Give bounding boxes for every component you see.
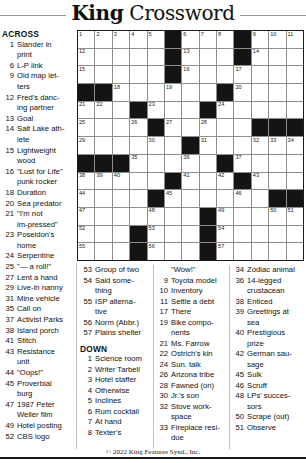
grid-cell[interactable]: 5 (148, 31, 164, 48)
cell-number: 5 (149, 31, 152, 38)
clue-text: Observe (247, 423, 304, 434)
clue: 24Sun. talk (156, 360, 227, 371)
grid-cell[interactable] (130, 173, 146, 190)
grid-cell[interactable] (217, 137, 233, 154)
grid-cell[interactable]: 9 (252, 31, 268, 48)
clue-number: 14 (2, 124, 17, 145)
grid-block-cell (234, 173, 250, 190)
grid-cell[interactable] (200, 155, 216, 172)
clue-number: 22 (156, 349, 171, 360)
column-divider (153, 265, 154, 449)
grid-cell[interactable]: 38 (78, 173, 94, 190)
clue-number: 6 (80, 407, 95, 418)
clue: 53Group of two (80, 265, 151, 276)
grid-cell[interactable] (287, 84, 303, 101)
clue: 56Norm (Abbr.) (80, 318, 151, 329)
grid-cell[interactable]: 54 (217, 226, 233, 243)
clue-number: 21 (156, 339, 171, 350)
clue-text: At hand (95, 417, 151, 428)
grid-cell[interactable]: 33 (269, 137, 285, 154)
grid-cell[interactable] (95, 119, 111, 136)
grid-cell[interactable]: 46 (234, 190, 250, 207)
grid-block-cell (252, 119, 268, 136)
clue-text: Lent a hand (17, 273, 74, 284)
grid-cell[interactable] (287, 155, 303, 172)
cell-number: 35 (131, 154, 137, 161)
grid-cell[interactable] (95, 243, 111, 260)
clue-text: Hotel posting (17, 421, 74, 432)
grid-block-cell (234, 31, 250, 48)
grid-cell[interactable] (182, 102, 198, 119)
grid-cell[interactable]: 8 (217, 31, 233, 48)
grid-cell[interactable] (182, 190, 198, 207)
cell-number: 44 (79, 190, 85, 197)
grid-cell[interactable]: 40 (113, 173, 129, 190)
cell-number: 43 (253, 172, 259, 179)
clue-number: 9 (2, 71, 17, 92)
grid-cell[interactable]: 10 (269, 31, 285, 48)
cell-number: 16 (183, 66, 189, 73)
cell-number: 6 (183, 31, 186, 38)
clue: 23Poseidon's home (2, 230, 74, 251)
grid-cell[interactable] (269, 173, 285, 190)
grid-block-cell (217, 155, 233, 172)
cell-number: 22 (96, 101, 102, 108)
clue: 12Fred's danc- ing partner (2, 93, 74, 114)
grid-cell[interactable] (113, 49, 129, 66)
clue-number: 53 (80, 265, 95, 276)
cell-number: 51 (288, 207, 294, 214)
clue-text: Slander in print (17, 40, 74, 61)
clue-number: 2 (80, 365, 95, 376)
grid-cell[interactable] (200, 173, 216, 190)
grid-cell[interactable] (95, 137, 111, 154)
grid-cell[interactable] (269, 84, 285, 101)
clue-number: 26 (156, 370, 171, 381)
cell-number: 48 (149, 207, 155, 214)
cell-number: 41 (183, 172, 189, 179)
grid-cell[interactable] (200, 49, 216, 66)
clue: 41Stitch (2, 336, 74, 347)
cell-number: 24 (218, 101, 224, 108)
cell-number: 2 (96, 31, 99, 38)
copyright-line: © 2022 King Features Synd., Inc. (0, 448, 306, 456)
clue-number: 55 (80, 297, 95, 318)
clue: 16"Lust for Life" punk rocker (2, 167, 74, 188)
clue-number: 51 (232, 423, 247, 434)
grid-cell[interactable]: 22 (95, 102, 111, 119)
clue: 9Toyota model (156, 276, 227, 287)
clue-number: 50 (232, 412, 247, 423)
grid-cell[interactable]: 44 (78, 190, 94, 207)
grid-cell[interactable]: 23 (148, 102, 164, 119)
cell-number: 33 (270, 137, 276, 144)
clue-number: 25 (2, 262, 17, 273)
cell-number: 50 (270, 207, 276, 214)
cell-number: 55 (79, 243, 85, 250)
clue: 35Call on (2, 304, 74, 315)
grid-cell[interactable] (113, 190, 129, 207)
grid-cell[interactable] (200, 84, 216, 101)
clue: 50Scrape (out) (232, 412, 304, 423)
clue: 31Mine vehicle (2, 294, 74, 305)
grid-cell[interactable] (252, 155, 268, 172)
clue-number: 30 (156, 391, 171, 402)
cell-number: 15 (79, 66, 85, 73)
grid-cell[interactable]: 3 (113, 31, 129, 48)
clue-number: 23 (2, 230, 17, 251)
clue-number: 38 (232, 297, 247, 308)
down-header: DOWN (80, 344, 151, 355)
grid-cell[interactable]: 39 (95, 173, 111, 190)
clue-text: Enticed (247, 297, 304, 308)
grid-cell[interactable]: 17 (234, 66, 250, 83)
clue: 15Lightweight wood (2, 146, 74, 167)
grid-cell[interactable] (113, 66, 129, 83)
grid-cell[interactable] (252, 208, 268, 225)
grid-cell[interactable]: 49 (217, 208, 233, 225)
clue-number: 7 (80, 417, 95, 428)
grid-cell[interactable]: 55 (78, 243, 94, 260)
grid-cell[interactable] (252, 84, 268, 101)
grid-cell[interactable]: 16 (182, 66, 198, 83)
cell-number: 37 (235, 154, 241, 161)
cell-number: 27 (166, 119, 172, 126)
clue-text: Island porch (17, 326, 74, 337)
clue-number: 15 (2, 146, 17, 167)
clue-number: 10 (156, 286, 171, 297)
grid-cell[interactable] (252, 226, 268, 243)
clue-text: Sulk (247, 370, 304, 381)
clue-text: Stitch (17, 336, 74, 347)
cell-number: 20 (235, 84, 241, 91)
grid-cell[interactable]: 2 (95, 31, 111, 48)
clue-text: Lightweight wood (17, 146, 74, 167)
cell-number: 54 (218, 225, 224, 232)
clue-number: 8 (80, 428, 95, 439)
clue: 40Prestigious prize (232, 328, 304, 349)
grid-cell[interactable]: 45 (165, 190, 181, 207)
clue: 38Enticed (232, 297, 304, 308)
clue: 11Settle a debt (156, 297, 227, 308)
grid-cell[interactable]: 32 (252, 137, 268, 154)
clue-number: 6 (2, 61, 17, 72)
cell-number: 34 (288, 137, 294, 144)
grid-cell[interactable] (269, 66, 285, 83)
clue-text: German sau- sage (247, 349, 304, 370)
cell-number: 47 (79, 207, 85, 214)
clue-number (156, 265, 171, 276)
clue-number: 45 (232, 370, 247, 381)
grid-cell[interactable]: 37 (234, 155, 250, 172)
grid-cell[interactable]: 11 (287, 31, 303, 48)
grid-block-cell (200, 208, 216, 225)
grid-cell[interactable]: 36 (182, 155, 198, 172)
clue: 28Fawned (on) (156, 381, 227, 392)
grid-cell[interactable] (95, 226, 111, 243)
grid-block-cell (287, 190, 303, 207)
clue-number: 57 (80, 328, 95, 339)
clue-text: Zodiac animal (247, 265, 304, 276)
grid-cell[interactable]: 27 (165, 119, 181, 136)
grid-block-cell (234, 49, 250, 66)
grid-cell[interactable]: 12 (78, 49, 94, 66)
grid-cell[interactable] (269, 49, 285, 66)
grid-cell[interactable] (113, 243, 129, 260)
clue-number: 1 (2, 40, 17, 61)
grid-cell[interactable] (287, 66, 303, 83)
grid-cell[interactable] (113, 137, 129, 154)
grid-cell[interactable] (182, 226, 198, 243)
grid-cell[interactable] (269, 155, 285, 172)
across-header: ACROSS (2, 29, 74, 40)
clue-text: Writer Tarbell (95, 365, 151, 376)
grid-block-cell (200, 243, 216, 260)
grid-cell[interactable] (95, 208, 111, 225)
grid-cell[interactable] (269, 102, 285, 119)
clue-number: 38 (2, 326, 17, 337)
grid-cell[interactable] (95, 190, 111, 207)
clue-number: 21 (2, 209, 17, 230)
grid-cell[interactable] (95, 49, 111, 66)
grid-cell[interactable]: 20 (234, 84, 250, 101)
clue-column: "Wow!"9Toyota model10Inventory11Settle a… (156, 265, 227, 444)
clue-text: ISP alterna- tive (95, 297, 151, 318)
clue-number: 1 (80, 354, 95, 365)
grid-cell[interactable] (287, 102, 303, 119)
grid-cell[interactable] (130, 84, 146, 101)
grid-cell[interactable]: 34 (287, 137, 303, 154)
grid-cell[interactable] (234, 137, 250, 154)
clue-text: Old map let- ters (17, 71, 74, 92)
clue-text: LPs' succes- sors (247, 391, 304, 412)
grid-cell[interactable] (165, 102, 181, 119)
clue-text: 1987 Peter Weller film (17, 400, 74, 421)
clue-text: Fawned (on) (171, 381, 227, 392)
clue: 27Lent a hand (2, 273, 74, 284)
grid-cell[interactable]: 30 (148, 137, 164, 154)
grid-cell[interactable] (269, 226, 285, 243)
grid-cell[interactable] (113, 102, 129, 119)
clue-text: Serpentine (17, 251, 74, 262)
clue: 52CBS logo (2, 432, 74, 443)
cell-number: 39 (96, 172, 102, 179)
grid-cell[interactable] (148, 173, 164, 190)
grid-cell[interactable] (130, 137, 146, 154)
grid-cell[interactable] (148, 49, 164, 66)
clue-number: 13 (2, 114, 17, 125)
grid-cell[interactable]: 35 (130, 155, 146, 172)
cell-number: 40 (114, 172, 120, 179)
clue: "Wow!" (156, 265, 227, 276)
grid-cell[interactable]: 47 (78, 208, 94, 225)
grid-cell[interactable] (234, 102, 250, 119)
cell-number: 26 (131, 119, 137, 126)
grid-cell[interactable]: 18 (113, 84, 129, 101)
clue: 8Texter's (80, 428, 151, 439)
grid-cell[interactable]: 41 (182, 173, 198, 190)
grid-cell[interactable]: 43 (252, 173, 268, 190)
grid-cell[interactable]: 29 (78, 137, 94, 154)
grid-cell[interactable] (130, 49, 146, 66)
grid-cell[interactable] (165, 208, 181, 225)
grid-cell[interactable] (113, 226, 129, 243)
grid-cell[interactable]: 26 (130, 119, 146, 136)
grid-cell[interactable]: 1 (78, 31, 94, 48)
grid-cell[interactable]: 28 (200, 119, 216, 136)
grid-cell[interactable]: 31 (200, 137, 216, 154)
grid-cell[interactable] (252, 66, 268, 83)
grid-cell[interactable]: 6 (182, 31, 198, 48)
grid-cell[interactable] (217, 49, 233, 66)
cell-number: 3 (114, 31, 117, 38)
clue-text: Texter's (95, 428, 151, 439)
grid-cell[interactable] (234, 243, 250, 260)
grid-cell[interactable] (165, 226, 181, 243)
clue-number: 3 (80, 375, 95, 386)
cell-number: 4 (131, 31, 134, 38)
clue-text: "Wow!" (171, 265, 227, 276)
clue-text: Scruff (247, 381, 304, 392)
clue: 29Live-in nanny (2, 283, 74, 294)
masthead: King Crossword (0, 0, 306, 28)
clue-number: 37 (2, 315, 17, 326)
clue: 471987 Peter Weller film (2, 400, 74, 421)
column-divider (229, 265, 230, 449)
clue-text: Salt Lake ath- lete (17, 124, 74, 145)
grid-cell[interactable]: 24 (217, 102, 233, 119)
clue-text: "Oops!" (17, 368, 74, 379)
clue: 17There (156, 307, 227, 318)
grid-cell[interactable] (217, 119, 233, 136)
clue-number: 28 (156, 381, 171, 392)
grid-cell[interactable] (130, 208, 146, 225)
grid-cell[interactable]: 51 (287, 208, 303, 225)
clue: 4Otherwise (80, 386, 151, 397)
clue: 34Zodiac animal (232, 265, 304, 276)
grid-cell[interactable] (95, 66, 111, 83)
cell-number: 14 (253, 48, 259, 55)
clue: 21"I'm not im-pressed" (2, 209, 74, 230)
grid-cell[interactable] (148, 66, 164, 83)
grid-cell[interactable]: 53 (148, 226, 164, 243)
clue-text: Call on (17, 304, 74, 315)
cell-number: 45 (166, 190, 172, 197)
grid-cell[interactable] (287, 49, 303, 66)
grid-cell[interactable]: 48 (148, 208, 164, 225)
grid-cell[interactable] (200, 190, 216, 207)
grid-block-cell (165, 66, 181, 83)
grid-cell[interactable]: 4 (130, 31, 146, 48)
clue: 55ISP alterna- tive (80, 297, 151, 318)
grid-cell[interactable] (252, 102, 268, 119)
cell-number: 19 (166, 84, 172, 91)
clue-text: "Lust for Life" punk rocker (17, 167, 74, 188)
clue-number: 44 (2, 368, 17, 379)
grid-cell[interactable]: 19 (165, 84, 181, 101)
grid-block-cell (287, 119, 303, 136)
grid-block-cell (182, 137, 198, 154)
clue-number: 4 (80, 386, 95, 397)
grid-cell[interactable] (165, 155, 181, 172)
grid-cell[interactable] (165, 137, 181, 154)
clue-text: L-P link (17, 61, 74, 72)
grid-cell[interactable] (113, 208, 129, 225)
grid-cell[interactable] (287, 243, 303, 260)
grid-cell[interactable] (287, 173, 303, 190)
grid-cell[interactable] (113, 119, 129, 136)
clue: 25"— a roll!" (2, 262, 74, 273)
cell-number: 57 (218, 243, 224, 250)
clue-text: Scrape (out) (247, 412, 304, 423)
clue-text: Resistance unit (17, 347, 74, 368)
grid-cell[interactable] (182, 119, 198, 136)
grid-cell[interactable] (234, 119, 250, 136)
grid-cell[interactable] (269, 243, 285, 260)
grid-cell[interactable]: 14 (252, 49, 268, 66)
grid-cell[interactable] (217, 190, 233, 207)
clue-text: Bike compo- nents (171, 318, 227, 339)
clue: 26Arizona tribe (156, 370, 227, 381)
grid-cell[interactable] (252, 243, 268, 260)
grid-cell[interactable] (234, 226, 250, 243)
grid-cell[interactable]: 25 (78, 119, 94, 136)
grid-cell[interactable]: 56 (148, 243, 164, 260)
grid-cell[interactable] (217, 66, 233, 83)
grid-cell[interactable] (182, 208, 198, 225)
grid-cell[interactable]: 52 (78, 226, 94, 243)
grid-cell[interactable]: 15 (78, 66, 94, 83)
grid-cell[interactable]: 50 (269, 208, 285, 225)
grid-cell[interactable] (252, 190, 268, 207)
clue: 9Old map let- ters (2, 71, 74, 92)
clue-number: 41 (2, 336, 17, 347)
clue-column: 34Zodiac animal3614-legged crustacean38E… (232, 265, 304, 433)
grid-cell[interactable] (287, 226, 303, 243)
grid-cell[interactable] (148, 84, 164, 101)
cell-number: 32 (253, 137, 259, 144)
cell-number: 46 (235, 190, 241, 197)
grid-cell[interactable] (165, 243, 181, 260)
grid-cell[interactable]: 7 (200, 31, 216, 48)
grid-cell[interactable] (182, 84, 198, 101)
grid-cell[interactable] (130, 66, 146, 83)
cell-number: 56 (149, 243, 155, 250)
cell-number: 36 (183, 154, 189, 161)
clue: 54Said some- thing (80, 276, 151, 297)
cell-number: 12 (79, 48, 85, 55)
grid-cell[interactable] (182, 243, 198, 260)
grid-cell[interactable]: 42 (217, 173, 233, 190)
grid-block-cell (200, 102, 216, 119)
grid-cell[interactable] (234, 208, 250, 225)
clue-text: Prestigious prize (247, 328, 304, 349)
grid-cell[interactable]: 13 (182, 49, 198, 66)
cell-number: 28 (201, 119, 207, 126)
clue-text: Otherwise (95, 386, 151, 397)
grid-cell[interactable]: 57 (217, 243, 233, 260)
clue: 24Serpentine (2, 251, 74, 262)
grid-cell[interactable] (200, 66, 216, 83)
grid-cell[interactable] (148, 155, 164, 172)
cell-number: 1 (79, 31, 82, 38)
cell-number: 18 (114, 84, 120, 91)
clue-number: 19 (156, 318, 171, 339)
clue: 6Rum cocktail (80, 407, 151, 418)
clue-text: Sea predator (17, 199, 74, 210)
grid-cell[interactable]: 21 (78, 102, 94, 119)
grid-cell[interactable] (130, 190, 146, 207)
